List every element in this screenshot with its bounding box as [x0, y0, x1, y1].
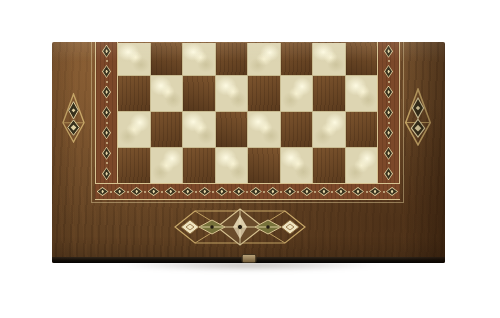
lozenge-ornament-icon — [267, 187, 279, 196]
band-dot-icon — [348, 191, 350, 193]
lozenge-ornament-icon — [165, 187, 177, 196]
square-r2c5[interactable] — [248, 76, 280, 111]
clasp — [241, 254, 256, 263]
case-shadow — [66, 261, 432, 277]
inlay-border-right — [377, 42, 400, 183]
square-r1c8[interactable] — [346, 43, 378, 75]
lozenge-ornament-icon — [97, 187, 109, 196]
band-dot-icon — [388, 122, 390, 124]
band-dot-icon — [314, 191, 316, 193]
band-dot-icon — [366, 191, 368, 193]
lozenge-ornament-icon — [384, 65, 393, 78]
lozenge-ornament-icon — [384, 167, 393, 180]
square-r1c1[interactable] — [118, 43, 150, 75]
square-r2c3[interactable] — [183, 76, 215, 111]
band-dot-icon — [229, 191, 231, 193]
lozenge-ornament-icon — [102, 65, 111, 78]
square-r2c2[interactable] — [151, 76, 183, 111]
band-dot-icon — [106, 81, 108, 83]
lozenge-ornament-icon — [335, 187, 347, 196]
square-r4c8[interactable] — [346, 148, 378, 183]
square-r2c6[interactable] — [281, 76, 313, 111]
lozenge-ornament-icon — [102, 167, 111, 180]
lozenge-ornament-icon — [131, 187, 143, 196]
band-dot-icon — [388, 142, 390, 144]
photo-background — [0, 0, 500, 318]
inlay-border-left — [95, 42, 118, 183]
square-r3c3[interactable] — [183, 112, 215, 147]
square-r1c5[interactable] — [248, 43, 280, 75]
square-r3c8[interactable] — [346, 112, 378, 147]
square-r3c7[interactable] — [313, 112, 345, 147]
lozenge-ornament-icon — [384, 147, 393, 160]
square-r4c3[interactable] — [183, 148, 215, 183]
band-dot-icon — [297, 191, 299, 193]
lozenge-ornament-icon — [102, 86, 111, 99]
lozenge-ornament-icon — [148, 187, 160, 196]
band-dot-icon — [195, 191, 197, 193]
inlay-border-bottom — [95, 183, 400, 200]
lozenge-ornament-icon — [199, 187, 211, 196]
lozenge-ornament-icon — [102, 126, 111, 139]
band-dot-icon — [263, 191, 265, 193]
band-dot-icon — [388, 60, 390, 62]
band-dot-icon — [161, 191, 163, 193]
square-r3c4[interactable] — [216, 112, 248, 147]
lozenge-ornament-icon — [114, 187, 126, 196]
square-r4c1[interactable] — [118, 148, 150, 183]
lozenge-ornament-icon — [216, 187, 228, 196]
band-dot-icon — [106, 60, 108, 62]
right-kite-inlay-icon — [404, 88, 432, 146]
lozenge-ornament-icon — [284, 187, 296, 196]
band-dot-icon — [388, 162, 390, 164]
band-dot-icon — [212, 191, 214, 193]
square-r3c5[interactable] — [248, 112, 280, 147]
square-r2c7[interactable] — [313, 76, 345, 111]
band-dot-icon — [144, 191, 146, 193]
lozenge-ornament-icon — [233, 187, 245, 196]
lozenge-ornament-icon — [384, 126, 393, 139]
square-r4c5[interactable] — [248, 148, 280, 183]
square-r2c1[interactable] — [118, 76, 150, 111]
left-kite-inlay-icon — [62, 93, 85, 143]
lozenge-ornament-icon — [369, 187, 381, 196]
lozenge-ornament-icon — [318, 187, 330, 196]
band-dot-icon — [383, 191, 385, 193]
band-dot-icon — [388, 101, 390, 103]
band-dot-icon — [246, 191, 248, 193]
square-r3c1[interactable] — [118, 112, 150, 147]
center-medallion-inlay-icon — [173, 207, 307, 247]
square-r2c8[interactable] — [346, 76, 378, 111]
square-r4c2[interactable] — [151, 148, 183, 183]
square-r2c4[interactable] — [216, 76, 248, 111]
square-r1c4[interactable] — [216, 43, 248, 75]
lozenge-ornament-icon — [384, 86, 393, 99]
lozenge-ornament-icon — [384, 106, 393, 119]
square-r4c6[interactable] — [281, 148, 313, 183]
lozenge-ornament-icon — [250, 187, 262, 196]
lozenge-ornament-icon — [182, 187, 194, 196]
chessboard — [118, 43, 377, 183]
lozenge-ornament-icon — [102, 147, 111, 160]
band-dot-icon — [280, 191, 282, 193]
lozenge-ornament-icon — [352, 187, 364, 196]
square-r3c6[interactable] — [281, 112, 313, 147]
lozenge-ornament-icon — [386, 187, 398, 196]
band-dot-icon — [106, 162, 108, 164]
band-dot-icon — [106, 122, 108, 124]
band-dot-icon — [331, 191, 333, 193]
lozenge-ornament-icon — [102, 45, 111, 58]
band-dot-icon — [106, 101, 108, 103]
square-r1c6[interactable] — [281, 43, 313, 75]
band-dot-icon — [178, 191, 180, 193]
band-dot-icon — [388, 81, 390, 83]
band-dot-icon — [127, 191, 129, 193]
square-r4c4[interactable] — [216, 148, 248, 183]
lozenge-ornament-icon — [102, 106, 111, 119]
square-r1c7[interactable] — [313, 43, 345, 75]
game-case — [52, 42, 445, 263]
square-r4c7[interactable] — [313, 148, 345, 183]
band-dot-icon — [110, 191, 112, 193]
square-r3c2[interactable] — [151, 112, 183, 147]
lozenge-ornament-icon — [384, 45, 393, 58]
square-r1c3[interactable] — [183, 43, 215, 75]
square-r1c2[interactable] — [151, 43, 183, 75]
lozenge-ornament-icon — [301, 187, 313, 196]
band-dot-icon — [106, 142, 108, 144]
